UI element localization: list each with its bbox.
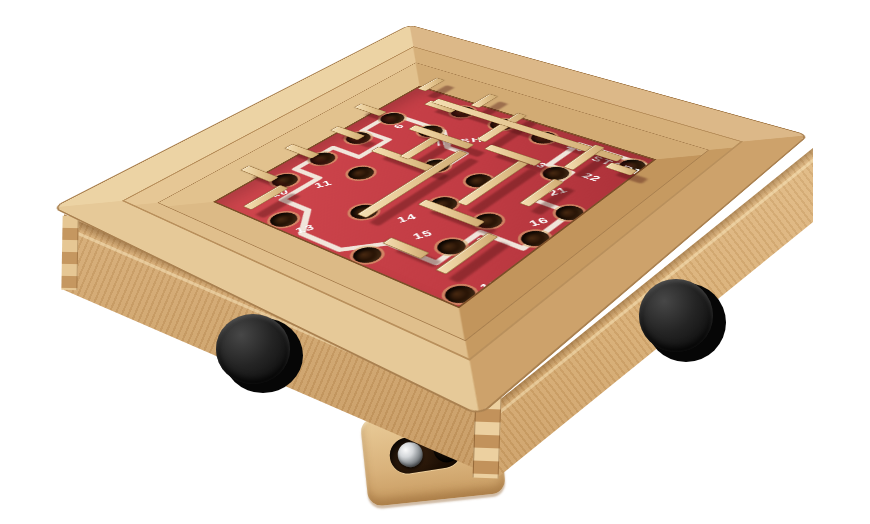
knob-face (639, 279, 713, 352)
product-photo-stage: 101112131415161819212223246STARTFINISH (0, 0, 870, 524)
knob-face (216, 314, 290, 384)
labyrinth-top: 101112131415161819212223246STARTFINISH (154, 0, 720, 473)
tilt-knob-right[interactable] (639, 279, 719, 358)
tilt-knob-left[interactable] (216, 314, 296, 389)
